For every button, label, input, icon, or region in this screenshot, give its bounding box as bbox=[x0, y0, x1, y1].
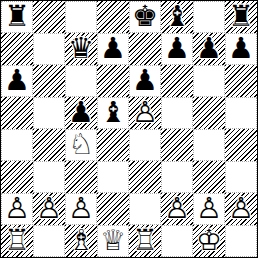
white-pawn-outline: ♙ bbox=[129, 97, 161, 129]
square-d5[interactable]: ♝ bbox=[97, 97, 129, 129]
square-c7[interactable]: ♛ bbox=[65, 33, 97, 65]
white-pawn-fill: ♟ bbox=[1, 193, 33, 225]
square-h4[interactable] bbox=[225, 129, 257, 161]
square-c1[interactable]: ♝♗ bbox=[65, 225, 97, 257]
white-pawn-icon: ♟♙ bbox=[1, 193, 33, 225]
white-queen-icon: ♛♕ bbox=[97, 225, 129, 257]
square-g7[interactable]: ♟ bbox=[193, 33, 225, 65]
square-d8[interactable] bbox=[97, 1, 129, 33]
white-pawn-icon: ♟♙ bbox=[65, 193, 97, 225]
square-e7[interactable] bbox=[129, 33, 161, 65]
black-pawn-icon: ♟ bbox=[65, 97, 97, 129]
square-d3[interactable] bbox=[97, 161, 129, 193]
black-pawn-fill: ♟ bbox=[225, 33, 257, 65]
square-h3[interactable] bbox=[225, 161, 257, 193]
black-rook-icon: ♜ bbox=[225, 1, 257, 33]
square-h6[interactable] bbox=[225, 65, 257, 97]
chess-board: ♜♚♝♜♛♟♟♟♟♟♟♟♝♟♙♞♘♟♙♟♙♟♙♟♙♟♙♟♙♜♖♝♗♛♕♜♖♚♔ bbox=[0, 0, 258, 258]
square-d1[interactable]: ♛♕ bbox=[97, 225, 129, 257]
square-b2[interactable]: ♟♙ bbox=[33, 193, 65, 225]
square-h5[interactable] bbox=[225, 97, 257, 129]
square-a2[interactable]: ♟♙ bbox=[1, 193, 33, 225]
black-rook-icon: ♜ bbox=[1, 1, 33, 33]
white-pawn-outline: ♙ bbox=[65, 193, 97, 225]
square-a8[interactable]: ♜ bbox=[1, 1, 33, 33]
black-pawn-icon: ♟ bbox=[1, 65, 33, 97]
white-pawn-icon: ♟♙ bbox=[193, 193, 225, 225]
white-pawn-fill: ♟ bbox=[65, 193, 97, 225]
black-king-icon: ♚ bbox=[129, 1, 161, 33]
white-pawn-icon: ♟♙ bbox=[161, 193, 193, 225]
white-pawn-outline: ♙ bbox=[1, 193, 33, 225]
black-bishop-fill: ♝ bbox=[161, 1, 193, 33]
square-g6[interactable] bbox=[193, 65, 225, 97]
square-d7[interactable]: ♟ bbox=[97, 33, 129, 65]
square-b6[interactable] bbox=[33, 65, 65, 97]
chess-diagram: ♜♚♝♜♛♟♟♟♟♟♟♟♝♟♙♞♘♟♙♟♙♟♙♟♙♟♙♟♙♜♖♝♗♛♕♜♖♚♔ bbox=[0, 0, 258, 258]
black-rook-fill: ♜ bbox=[1, 1, 33, 33]
square-c2[interactable]: ♟♙ bbox=[65, 193, 97, 225]
square-f6[interactable] bbox=[161, 65, 193, 97]
square-e2[interactable] bbox=[129, 193, 161, 225]
square-f2[interactable]: ♟♙ bbox=[161, 193, 193, 225]
square-d4[interactable] bbox=[97, 129, 129, 161]
black-queen-fill: ♛ bbox=[65, 33, 97, 65]
white-king-outline: ♔ bbox=[193, 225, 225, 257]
black-pawn-fill: ♟ bbox=[1, 65, 33, 97]
black-pawn-fill: ♟ bbox=[161, 33, 193, 65]
square-c3[interactable] bbox=[65, 161, 97, 193]
white-pawn-fill: ♟ bbox=[33, 193, 65, 225]
square-f1[interactable] bbox=[161, 225, 193, 257]
white-pawn-fill: ♟ bbox=[129, 97, 161, 129]
square-b3[interactable] bbox=[33, 161, 65, 193]
square-f5[interactable] bbox=[161, 97, 193, 129]
black-pawn-icon: ♟ bbox=[193, 33, 225, 65]
black-pawn-fill: ♟ bbox=[97, 33, 129, 65]
square-g4[interactable] bbox=[193, 129, 225, 161]
black-queen-icon: ♛ bbox=[65, 33, 97, 65]
white-rook-fill: ♜ bbox=[1, 225, 33, 257]
square-h1[interactable] bbox=[225, 225, 257, 257]
square-e8[interactable]: ♚ bbox=[129, 1, 161, 33]
square-c5[interactable]: ♟ bbox=[65, 97, 97, 129]
square-g5[interactable] bbox=[193, 97, 225, 129]
square-a1[interactable]: ♜♖ bbox=[1, 225, 33, 257]
square-a3[interactable] bbox=[1, 161, 33, 193]
white-rook-outline: ♖ bbox=[129, 225, 161, 257]
white-pawn-icon: ♟♙ bbox=[33, 193, 65, 225]
black-rook-fill: ♜ bbox=[225, 1, 257, 33]
white-pawn-fill: ♟ bbox=[225, 193, 257, 225]
square-e3[interactable] bbox=[129, 161, 161, 193]
black-bishop-fill: ♝ bbox=[97, 97, 129, 129]
black-pawn-icon: ♟ bbox=[161, 33, 193, 65]
white-pawn-fill: ♟ bbox=[193, 193, 225, 225]
square-c8[interactable] bbox=[65, 1, 97, 33]
black-pawn-icon: ♟ bbox=[97, 33, 129, 65]
white-bishop-fill: ♝ bbox=[65, 225, 97, 257]
square-h2[interactable]: ♟♙ bbox=[225, 193, 257, 225]
black-king-fill: ♚ bbox=[129, 1, 161, 33]
black-pawn-fill: ♟ bbox=[65, 97, 97, 129]
white-pawn-outline: ♙ bbox=[225, 193, 257, 225]
square-f7[interactable]: ♟ bbox=[161, 33, 193, 65]
square-c6[interactable] bbox=[65, 65, 97, 97]
square-e1[interactable]: ♜♖ bbox=[129, 225, 161, 257]
square-a4[interactable] bbox=[1, 129, 33, 161]
square-d2[interactable] bbox=[97, 193, 129, 225]
black-bishop-icon: ♝ bbox=[97, 97, 129, 129]
white-pawn-outline: ♙ bbox=[193, 193, 225, 225]
square-h8[interactable]: ♜ bbox=[225, 1, 257, 33]
square-b8[interactable] bbox=[33, 1, 65, 33]
square-b1[interactable] bbox=[33, 225, 65, 257]
square-f8[interactable]: ♝ bbox=[161, 1, 193, 33]
square-b4[interactable] bbox=[33, 129, 65, 161]
white-knight-outline: ♘ bbox=[65, 129, 97, 161]
black-pawn-icon: ♟ bbox=[225, 33, 257, 65]
square-g8[interactable] bbox=[193, 1, 225, 33]
square-e5[interactable]: ♟♙ bbox=[129, 97, 161, 129]
white-king-fill: ♚ bbox=[193, 225, 225, 257]
white-knight-icon: ♞♘ bbox=[65, 129, 97, 161]
white-bishop-icon: ♝♗ bbox=[65, 225, 97, 257]
black-bishop-icon: ♝ bbox=[161, 1, 193, 33]
square-e4[interactable] bbox=[129, 129, 161, 161]
square-d6[interactable] bbox=[97, 65, 129, 97]
square-g2[interactable]: ♟♙ bbox=[193, 193, 225, 225]
white-queen-outline: ♕ bbox=[97, 225, 129, 257]
square-f3[interactable] bbox=[161, 161, 193, 193]
square-a7[interactable] bbox=[1, 33, 33, 65]
white-king-icon: ♚♔ bbox=[193, 225, 225, 257]
white-rook-icon: ♜♖ bbox=[1, 225, 33, 257]
square-a5[interactable] bbox=[1, 97, 33, 129]
square-e6[interactable]: ♟ bbox=[129, 65, 161, 97]
square-h7[interactable]: ♟ bbox=[225, 33, 257, 65]
white-knight-fill: ♞ bbox=[65, 129, 97, 161]
square-g3[interactable] bbox=[193, 161, 225, 193]
black-pawn-icon: ♟ bbox=[129, 65, 161, 97]
white-queen-fill: ♛ bbox=[97, 225, 129, 257]
black-pawn-fill: ♟ bbox=[129, 65, 161, 97]
black-pawn-fill: ♟ bbox=[193, 33, 225, 65]
white-bishop-outline: ♗ bbox=[65, 225, 97, 257]
square-b7[interactable] bbox=[33, 33, 65, 65]
square-b5[interactable] bbox=[33, 97, 65, 129]
white-pawn-icon: ♟♙ bbox=[225, 193, 257, 225]
white-pawn-fill: ♟ bbox=[161, 193, 193, 225]
white-pawn-outline: ♙ bbox=[161, 193, 193, 225]
square-f4[interactable] bbox=[161, 129, 193, 161]
white-rook-outline: ♖ bbox=[1, 225, 33, 257]
square-c4[interactable]: ♞♘ bbox=[65, 129, 97, 161]
white-pawn-icon: ♟♙ bbox=[129, 97, 161, 129]
white-pawn-outline: ♙ bbox=[33, 193, 65, 225]
white-rook-fill: ♜ bbox=[129, 225, 161, 257]
square-a6[interactable]: ♟ bbox=[1, 65, 33, 97]
white-rook-icon: ♜♖ bbox=[129, 225, 161, 257]
square-g1[interactable]: ♚♔ bbox=[193, 225, 225, 257]
